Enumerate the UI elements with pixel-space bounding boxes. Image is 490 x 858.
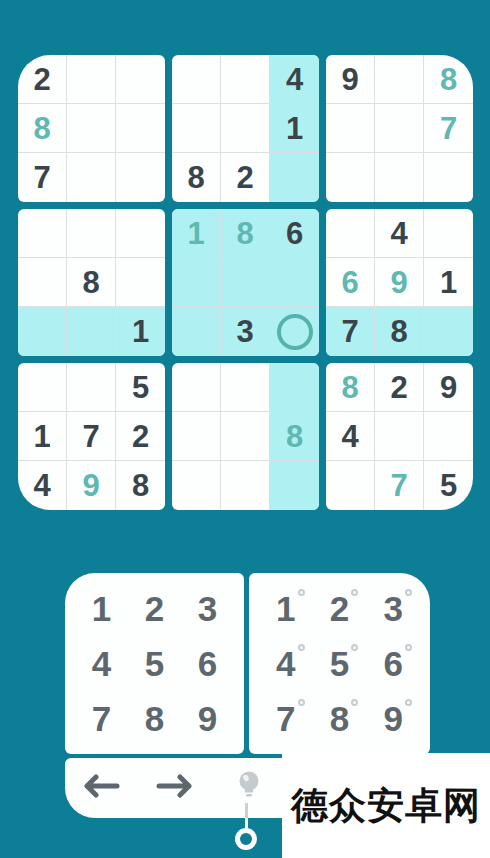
cell-r1c5[interactable] bbox=[221, 55, 270, 104]
cell-r7c2[interactable] bbox=[67, 363, 116, 412]
lightbulb-icon bbox=[236, 769, 262, 807]
cell-r1c3[interactable] bbox=[116, 55, 165, 104]
cell-r3c5[interactable]: 2 bbox=[221, 153, 270, 202]
cell-r6c1[interactable] bbox=[18, 307, 67, 356]
note-digit-button-6[interactable]: 6 bbox=[366, 636, 420, 691]
board-block-6: 469178 bbox=[326, 209, 473, 356]
digit-button-7[interactable]: 7 bbox=[75, 691, 128, 746]
cell-r4c6[interactable]: 6 bbox=[270, 209, 319, 258]
cell-r7c9[interactable]: 9 bbox=[424, 363, 473, 412]
cell-r2c1[interactable]: 8 bbox=[18, 104, 67, 153]
cell-r2c6[interactable]: 1 bbox=[270, 104, 319, 153]
numpad-normal: 123456789 bbox=[65, 573, 244, 754]
cell-r2c8[interactable] bbox=[375, 104, 424, 153]
cell-r2c2[interactable] bbox=[67, 104, 116, 153]
note-digit-button-4[interactable]: 4 bbox=[259, 636, 313, 691]
note-circle-icon bbox=[405, 589, 412, 596]
cell-r8c8[interactable] bbox=[375, 412, 424, 461]
cell-r2c9[interactable]: 7 bbox=[424, 104, 473, 153]
left-arrow-icon bbox=[79, 774, 123, 802]
cell-r2c7[interactable] bbox=[326, 104, 375, 153]
digit-label: 2 bbox=[145, 589, 164, 629]
digit-button-2[interactable]: 2 bbox=[128, 581, 181, 636]
digit-label: 6 bbox=[198, 644, 217, 684]
cell-r9c4[interactable] bbox=[172, 461, 221, 510]
cell-r5c9[interactable]: 1 bbox=[424, 258, 473, 307]
digit-label: 8 bbox=[145, 699, 164, 739]
cell-r5c2[interactable]: 8 bbox=[67, 258, 116, 307]
pointer-ring-icon bbox=[235, 828, 257, 850]
board-block-2: 4182 bbox=[172, 55, 319, 202]
note-circle-icon bbox=[351, 699, 358, 706]
cell-r5c4[interactable] bbox=[172, 258, 221, 307]
cell-r7c7[interactable]: 8 bbox=[326, 363, 375, 412]
cell-r6c4[interactable] bbox=[172, 307, 221, 356]
digit-label: 9 bbox=[383, 699, 402, 739]
digit-label: 1 bbox=[92, 589, 111, 629]
cell-r4c3[interactable] bbox=[116, 209, 165, 258]
digit-label: 5 bbox=[145, 644, 164, 684]
undo-button[interactable] bbox=[79, 766, 123, 810]
digit-button-1[interactable]: 1 bbox=[75, 581, 128, 636]
selected-cell-ring bbox=[277, 314, 313, 350]
redo-button[interactable] bbox=[153, 766, 197, 810]
note-circle-icon bbox=[298, 589, 305, 596]
cell-r6c6[interactable] bbox=[270, 307, 319, 356]
sudoku-board: 287418298781186346917851724988829475 bbox=[18, 55, 473, 510]
cell-r5c5[interactable] bbox=[221, 258, 270, 307]
note-digit-button-1[interactable]: 1 bbox=[259, 581, 313, 636]
cell-r3c4[interactable]: 8 bbox=[172, 153, 221, 202]
cell-r9c7[interactable] bbox=[326, 461, 375, 510]
cell-r3c7[interactable] bbox=[326, 153, 375, 202]
cell-r4c5[interactable]: 8 bbox=[221, 209, 270, 258]
board-block-7: 5172498 bbox=[18, 363, 165, 510]
cell-r4c8[interactable]: 4 bbox=[375, 209, 424, 258]
digit-label: 1 bbox=[276, 589, 295, 629]
numpad-notes: 123456789 bbox=[249, 573, 430, 754]
cell-r2c5[interactable] bbox=[221, 104, 270, 153]
cell-r8c6[interactable]: 8 bbox=[270, 412, 319, 461]
cell-r9c8[interactable]: 7 bbox=[375, 461, 424, 510]
note-circle-icon bbox=[405, 644, 412, 651]
cell-r8c7[interactable]: 4 bbox=[326, 412, 375, 461]
cell-r3c3[interactable] bbox=[116, 153, 165, 202]
digit-button-5[interactable]: 5 bbox=[128, 636, 181, 691]
cell-r1c7[interactable]: 9 bbox=[326, 55, 375, 104]
cell-r2c3[interactable] bbox=[116, 104, 165, 153]
cell-r9c6[interactable] bbox=[270, 461, 319, 510]
board-block-8: 8 bbox=[172, 363, 319, 510]
cell-r6c9[interactable] bbox=[424, 307, 473, 356]
digit-label: 8 bbox=[330, 699, 349, 739]
board-block-5: 1863 bbox=[172, 209, 319, 356]
cell-r6c7[interactable]: 7 bbox=[326, 307, 375, 356]
note-digit-button-2[interactable]: 2 bbox=[313, 581, 367, 636]
digit-label: 5 bbox=[330, 644, 349, 684]
digit-label: 7 bbox=[276, 699, 295, 739]
digit-label: 4 bbox=[276, 644, 295, 684]
cell-r9c9[interactable]: 5 bbox=[424, 461, 473, 510]
cell-r8c5[interactable] bbox=[221, 412, 270, 461]
cell-r4c4[interactable]: 1 bbox=[172, 209, 221, 258]
cell-r4c2[interactable] bbox=[67, 209, 116, 258]
cell-r4c1[interactable] bbox=[18, 209, 67, 258]
cell-r9c2[interactable]: 9 bbox=[67, 461, 116, 510]
cell-r5c1[interactable] bbox=[18, 258, 67, 307]
cell-r6c3[interactable]: 1 bbox=[116, 307, 165, 356]
note-circle-icon bbox=[298, 699, 305, 706]
cell-r4c7[interactable] bbox=[326, 209, 375, 258]
note-circle-icon bbox=[298, 644, 305, 651]
note-digit-button-5[interactable]: 5 bbox=[313, 636, 367, 691]
cell-r7c6[interactable] bbox=[270, 363, 319, 412]
watermark-text: 德众安卓网 bbox=[291, 781, 481, 831]
cell-r7c1[interactable] bbox=[18, 363, 67, 412]
cell-r1c2[interactable] bbox=[67, 55, 116, 104]
cell-r3c1[interactable]: 7 bbox=[18, 153, 67, 202]
board-block-4: 81 bbox=[18, 209, 165, 356]
digit-button-9[interactable]: 9 bbox=[181, 691, 234, 746]
cell-r1c1[interactable]: 2 bbox=[18, 55, 67, 104]
pointer-stem bbox=[245, 803, 248, 818]
digit-button-4[interactable]: 4 bbox=[75, 636, 128, 691]
cell-r9c5[interactable] bbox=[221, 461, 270, 510]
digit-label: 3 bbox=[198, 589, 217, 629]
cell-r5c6[interactable] bbox=[270, 258, 319, 307]
cell-r8c4[interactable] bbox=[172, 412, 221, 461]
cell-r5c3[interactable] bbox=[116, 258, 165, 307]
board-block-3: 987 bbox=[326, 55, 473, 202]
digit-label: 4 bbox=[92, 644, 111, 684]
cell-r8c9[interactable] bbox=[424, 412, 473, 461]
digit-label: 6 bbox=[383, 644, 402, 684]
cell-r5c7[interactable]: 6 bbox=[326, 258, 375, 307]
digit-label: 2 bbox=[330, 589, 349, 629]
right-arrow-icon bbox=[153, 774, 197, 802]
app-screen: 287418298781186346917851724988829475 123… bbox=[0, 0, 490, 858]
note-circle-icon bbox=[351, 589, 358, 596]
digit-button-8[interactable]: 8 bbox=[128, 691, 181, 746]
digit-label: 9 bbox=[198, 699, 217, 739]
hint-button[interactable] bbox=[227, 766, 271, 810]
digit-button-3[interactable]: 3 bbox=[181, 581, 234, 636]
board-block-9: 829475 bbox=[326, 363, 473, 510]
cell-r3c8[interactable] bbox=[375, 153, 424, 202]
cell-r5c8[interactable]: 9 bbox=[375, 258, 424, 307]
cell-r1c6[interactable]: 4 bbox=[270, 55, 319, 104]
cell-r7c4[interactable] bbox=[172, 363, 221, 412]
cell-r8c1[interactable]: 1 bbox=[18, 412, 67, 461]
cell-r3c2[interactable] bbox=[67, 153, 116, 202]
note-circle-icon bbox=[405, 699, 412, 706]
digit-label: 7 bbox=[92, 699, 111, 739]
cell-r7c3[interactable]: 5 bbox=[116, 363, 165, 412]
cell-r7c8[interactable]: 2 bbox=[375, 363, 424, 412]
cell-r8c2[interactable]: 7 bbox=[67, 412, 116, 461]
note-digit-button-3[interactable]: 3 bbox=[366, 581, 420, 636]
note-circle-icon bbox=[351, 644, 358, 651]
digit-label: 3 bbox=[383, 589, 402, 629]
note-digit-button-9[interactable]: 9 bbox=[366, 691, 420, 746]
digit-button-6[interactable]: 6 bbox=[181, 636, 234, 691]
cell-r3c9[interactable] bbox=[424, 153, 473, 202]
cell-r8c3[interactable]: 2 bbox=[116, 412, 165, 461]
cell-r4c9[interactable] bbox=[424, 209, 473, 258]
cell-r1c8[interactable] bbox=[375, 55, 424, 104]
note-digit-button-7[interactable]: 7 bbox=[259, 691, 313, 746]
note-digit-button-8[interactable]: 8 bbox=[313, 691, 367, 746]
cell-r6c8[interactable]: 8 bbox=[375, 307, 424, 356]
cell-r7c5[interactable] bbox=[221, 363, 270, 412]
cell-r9c1[interactable]: 4 bbox=[18, 461, 67, 510]
cell-r6c5[interactable]: 3 bbox=[221, 307, 270, 356]
cell-r1c9[interactable]: 8 bbox=[424, 55, 473, 104]
cell-r6c2[interactable] bbox=[67, 307, 116, 356]
cell-r9c3[interactable]: 8 bbox=[116, 461, 165, 510]
board-block-1: 287 bbox=[18, 55, 165, 202]
cell-r2c4[interactable] bbox=[172, 104, 221, 153]
cell-r3c6[interactable] bbox=[270, 153, 319, 202]
cell-r1c4[interactable] bbox=[172, 55, 221, 104]
watermark: 德众安卓网 bbox=[282, 753, 490, 858]
